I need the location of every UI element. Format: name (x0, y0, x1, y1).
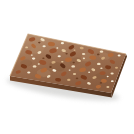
chocolate-speckle (100, 82, 102, 84)
nut-flake (25, 47, 28, 49)
product-photo (0, 0, 134, 134)
nut-flake (88, 72, 90, 73)
chocolate-speckle (49, 66, 52, 68)
nut-flake (118, 55, 121, 57)
chocolate-speckle (76, 77, 79, 79)
chocolate-speckle (73, 62, 75, 64)
nut-flake (32, 58, 35, 60)
nut-flake (67, 79, 70, 81)
nut-flake (33, 65, 37, 67)
nut-flake (58, 55, 61, 57)
nut-flake (115, 67, 118, 69)
nut-flake (106, 86, 109, 88)
nut-flake (27, 72, 30, 74)
nut-flake (69, 69, 71, 70)
nut-flake (61, 42, 64, 44)
nut-flake (74, 49, 76, 50)
nut-flake (43, 45, 46, 47)
chocolate-speckle (97, 54, 100, 56)
chocolate-bar (0, 0, 134, 134)
nut-flake (111, 80, 114, 82)
nut-flake (56, 47, 58, 48)
nut-flake (107, 76, 109, 77)
nut-flake (38, 63, 40, 65)
nut-flake (71, 65, 75, 67)
nut-flake (82, 53, 85, 55)
chocolate-speckle (38, 42, 40, 44)
nut-flake (61, 61, 63, 63)
chocolate-speckle (65, 53, 67, 55)
nut-flake (97, 63, 101, 65)
nut-flake (73, 73, 76, 75)
nut-flake (31, 54, 33, 55)
nut-flake (83, 58, 85, 60)
nut-flake (100, 50, 104, 52)
chocolate-speckle (42, 57, 44, 59)
nut-flake (111, 73, 114, 75)
nut-flake (100, 67, 102, 69)
